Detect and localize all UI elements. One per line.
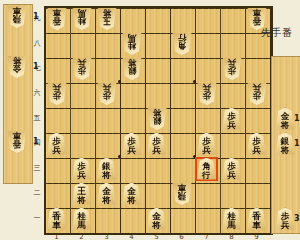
piece-kanji: 将 xyxy=(97,171,117,180)
piece-kanji: 車 xyxy=(247,8,267,17)
board-star-point xyxy=(118,80,121,83)
piece-kanji: 兵 xyxy=(222,171,242,180)
rank-label: 三 xyxy=(31,165,43,172)
piece-kanji: 兵 xyxy=(222,58,242,67)
shogi-app: { "game": "shogi", "turn_indicator": "先手… xyxy=(0,0,300,240)
file-label: 9 xyxy=(244,234,269,240)
piece-kanji: 馬 xyxy=(122,33,142,42)
piece-kanji: 兵 xyxy=(147,146,167,155)
piece-kanji: 兵 xyxy=(197,146,217,155)
piece-kanji: 将 xyxy=(72,196,92,205)
rank-label: 六 xyxy=(31,90,43,97)
piece-kanji: 兵 xyxy=(97,83,117,92)
rank-label: 八 xyxy=(31,40,43,47)
piece-kanji: 将 xyxy=(275,146,295,155)
hand-piece-count: 1 xyxy=(294,115,300,123)
piece-kanji: 車 xyxy=(172,183,192,192)
hand-piece-count: 1 xyxy=(294,140,300,148)
captured-tray-top-player[interactable] xyxy=(3,4,33,184)
file-label: 7 xyxy=(194,234,219,240)
hand-piece-count: 3 xyxy=(294,215,300,223)
board-star-point xyxy=(118,155,121,158)
piece-kanji: 車 xyxy=(47,221,67,230)
file-label: 1 xyxy=(44,234,69,240)
file-label: 8 xyxy=(219,234,244,240)
file-label: 5 xyxy=(144,234,169,240)
piece-kanji: 行 xyxy=(197,171,217,180)
piece-kanji: 車 xyxy=(7,131,27,140)
piece-kanji: 兵 xyxy=(47,146,67,155)
file-label: 4 xyxy=(119,234,144,240)
piece-kanji: 馬 xyxy=(72,221,92,230)
board-star-point xyxy=(193,80,196,83)
piece-kanji: 兵 xyxy=(275,221,295,230)
rank-label: 一 xyxy=(31,215,43,222)
piece-kanji: 行 xyxy=(172,33,192,42)
piece-kanji: 将 xyxy=(97,8,117,17)
piece-kanji: 車 xyxy=(7,6,27,15)
piece-kanji: 兵 xyxy=(72,171,92,180)
piece-kanji: 将 xyxy=(275,121,295,130)
piece-kanji: 兵 xyxy=(247,83,267,92)
piece-kanji: 将 xyxy=(122,58,142,67)
file-label: 3 xyxy=(94,234,119,240)
piece-kanji: 馬 xyxy=(72,8,92,17)
hand-piece-count: 1 xyxy=(33,13,39,21)
piece-kanji: 将 xyxy=(97,196,117,205)
piece-kanji: 兵 xyxy=(72,58,92,67)
piece-kanji: 車 xyxy=(247,221,267,230)
piece-kanji: 将 xyxy=(122,196,142,205)
file-label: 6 xyxy=(169,234,194,240)
turn-indicator: 先手番 xyxy=(261,27,300,38)
piece-kanji: 兵 xyxy=(122,146,142,155)
file-label: 2 xyxy=(69,234,94,240)
piece-kanji: 兵 xyxy=(47,83,67,92)
piece-kanji: 将 xyxy=(7,56,27,65)
piece-kanji: 兵 xyxy=(222,121,242,130)
piece-kanji: 将 xyxy=(147,221,167,230)
piece-kanji: 将 xyxy=(147,108,167,117)
piece-kanji: 車 xyxy=(47,8,67,17)
rank-label: 五 xyxy=(31,115,43,122)
piece-kanji: 馬 xyxy=(222,221,242,230)
rank-label: 二 xyxy=(31,190,43,197)
piece-kanji: 兵 xyxy=(197,83,217,92)
hand-piece-count: 1 xyxy=(33,138,39,146)
piece-kanji: 兵 xyxy=(247,146,267,155)
hand-piece-count: 1 xyxy=(33,63,39,71)
